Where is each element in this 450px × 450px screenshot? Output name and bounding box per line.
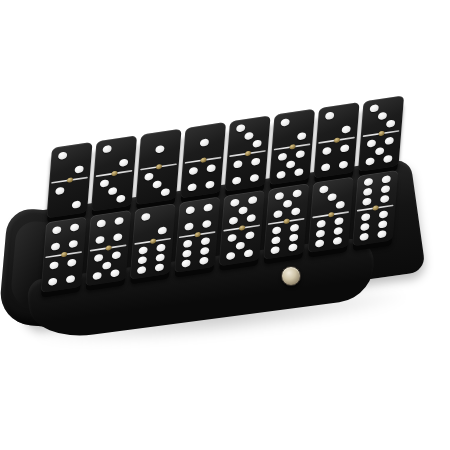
pip [183,239,192,248]
domino-tile-2-3 [91,135,137,211]
pip [186,206,195,215]
pip [251,157,260,166]
pip [187,183,196,192]
pip [201,237,210,246]
pip [383,155,392,164]
pip [244,249,253,258]
pip [291,207,300,216]
pip [275,192,284,201]
pip [205,181,214,190]
pip [48,278,57,287]
pip [333,227,342,236]
pip [74,165,83,174]
pip [58,151,67,160]
pip [55,186,64,195]
pip [316,219,325,228]
pip [272,226,281,235]
pip [321,163,330,172]
pip [238,206,247,215]
pip [189,166,198,175]
pip [290,223,299,232]
pip [233,160,242,169]
domino-tile-4-4 [41,216,87,292]
case-snap-button [281,266,301,286]
pip [155,253,164,262]
pip [200,247,209,256]
pip [276,171,285,180]
pip [70,223,79,232]
domino-tile-1-4 [180,122,226,198]
pip [286,160,295,169]
pip [202,220,211,229]
pip [369,104,378,113]
pip [319,185,328,194]
pip [206,164,215,173]
pip [113,233,122,242]
pip [184,223,193,232]
pip [362,197,371,206]
pip [252,139,261,148]
pip [138,256,147,265]
product-photo [0,0,450,450]
pip [339,161,348,170]
pip [334,217,343,226]
pip [271,236,280,245]
pip [72,201,81,210]
pip [114,216,123,225]
pip [377,230,386,239]
pip [322,146,331,155]
pip [378,112,387,121]
pip [108,187,117,196]
pip [340,144,349,153]
pip [199,256,208,265]
pip [380,195,389,204]
pip [227,233,236,242]
pip [247,214,256,223]
domino-tile-2-6 [130,203,176,279]
pip [336,201,345,210]
pip [327,193,336,202]
pip [273,210,282,219]
pip [97,219,106,228]
pip [100,179,109,188]
pip [297,132,306,141]
pip [288,243,297,252]
pip [200,138,209,147]
pip [278,152,287,161]
pip [375,147,384,156]
pip [116,195,125,204]
pip [182,249,191,258]
pip [229,217,238,226]
pip [92,272,101,281]
pip [245,231,254,240]
pip [158,227,167,236]
pip [365,157,374,166]
pip [296,150,305,159]
domino-tile-1-3 [135,129,181,205]
pip [316,229,325,238]
pip [138,246,147,255]
pip [51,242,60,251]
domino-tile-2-4 [313,102,359,178]
pip [244,132,253,141]
pip [66,275,75,284]
pip [152,180,161,189]
pip [283,199,292,208]
pip [289,233,298,242]
pip [155,145,164,154]
domino-tile-5-5 [219,190,265,266]
pip [110,269,119,278]
pip [280,118,289,127]
pip [361,213,370,222]
pip [52,226,61,235]
pip [364,178,373,187]
pip [333,237,342,246]
pip [226,252,235,261]
pip [315,239,324,248]
pip [49,261,58,270]
pip [181,259,190,268]
pip [141,212,150,221]
pip [270,246,279,255]
pip [381,185,390,194]
pip [379,210,388,219]
pip [341,125,350,134]
pip [325,111,334,120]
pip [248,196,257,205]
pip [95,236,104,245]
pip [67,258,76,267]
pip [294,168,303,177]
domino-tile-3-6 [308,177,354,253]
pip [378,220,387,229]
pip [156,243,165,252]
domino-tile-3-5 [358,95,404,171]
pip [112,251,121,260]
pip [230,198,239,207]
pip [363,187,372,196]
pip [69,240,78,249]
pip [161,188,170,197]
domino-tile-2-5 [269,109,315,185]
domino-tile-4-5 [85,210,131,286]
domino-tile-5-6 [263,183,309,259]
pip [250,174,259,183]
pip [119,159,128,168]
pip [292,189,301,198]
pip [94,253,103,262]
pip [155,263,164,272]
pip [386,119,395,128]
domino-tile-2-2 [46,142,92,218]
pip [359,233,368,242]
pip [382,175,391,184]
pip [236,241,245,250]
pip [367,139,376,148]
domino-tile-4-6 [174,196,220,272]
pip [137,266,146,275]
domino-tile-3-4 [224,115,270,191]
domino-tile-6-6 [352,170,398,246]
pip [203,203,212,212]
pip [385,136,394,145]
pip [102,144,111,153]
pip [236,124,245,133]
pip [102,261,111,270]
pip [144,172,153,181]
pip [360,223,369,232]
pip [232,177,241,186]
